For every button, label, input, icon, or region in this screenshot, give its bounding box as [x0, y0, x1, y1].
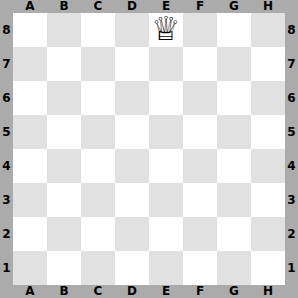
square-c7[interactable]: [81, 47, 115, 81]
square-c5[interactable]: [81, 115, 115, 149]
square-f8[interactable]: [183, 13, 217, 47]
frame-corner: [285, 285, 298, 298]
square-b4[interactable]: [47, 149, 81, 183]
square-h6[interactable]: [251, 81, 285, 115]
white-queen-piece[interactable]: ♕: [151, 12, 181, 46]
rank-label-left-2: 2: [0, 217, 13, 251]
file-label-bottom-g: G: [217, 285, 251, 298]
square-f3[interactable]: [183, 183, 217, 217]
square-a2[interactable]: [13, 217, 47, 251]
file-label-top-b: B: [47, 0, 81, 13]
file-label-top-h: H: [251, 0, 285, 13]
square-b2[interactable]: [47, 217, 81, 251]
rank-label-right-3: 3: [285, 183, 298, 217]
rank-label-left-4: 4: [0, 149, 13, 183]
square-c2[interactable]: [81, 217, 115, 251]
square-h7[interactable]: [251, 47, 285, 81]
rank-label-left-5: 5: [0, 115, 13, 149]
square-b1[interactable]: [47, 251, 81, 285]
file-label-top-f: F: [183, 0, 217, 13]
file-label-bottom-e: E: [149, 285, 183, 298]
file-label-bottom-c: C: [81, 285, 115, 298]
square-a8[interactable]: [13, 13, 47, 47]
file-label-top-d: D: [115, 0, 149, 13]
square-e5[interactable]: [149, 115, 183, 149]
file-label-top-g: G: [217, 0, 251, 13]
rank-label-left-8: 8: [0, 13, 13, 47]
square-g4[interactable]: [217, 149, 251, 183]
square-f4[interactable]: [183, 149, 217, 183]
square-d4[interactable]: [115, 149, 149, 183]
square-a6[interactable]: [13, 81, 47, 115]
square-f6[interactable]: [183, 81, 217, 115]
square-e2[interactable]: [149, 217, 183, 251]
square-f2[interactable]: [183, 217, 217, 251]
rank-label-left-6: 6: [0, 81, 13, 115]
square-e6[interactable]: [149, 81, 183, 115]
square-a3[interactable]: [13, 183, 47, 217]
square-b6[interactable]: [47, 81, 81, 115]
square-b5[interactable]: [47, 115, 81, 149]
square-b3[interactable]: [47, 183, 81, 217]
rank-label-right-4: 4: [285, 149, 298, 183]
square-a1[interactable]: [13, 251, 47, 285]
square-g6[interactable]: [217, 81, 251, 115]
square-c6[interactable]: [81, 81, 115, 115]
square-g2[interactable]: [217, 217, 251, 251]
square-d5[interactable]: [115, 115, 149, 149]
square-f5[interactable]: [183, 115, 217, 149]
square-c8[interactable]: [81, 13, 115, 47]
frame-corner: [285, 0, 298, 13]
square-h8[interactable]: [251, 13, 285, 47]
square-d6[interactable]: [115, 81, 149, 115]
square-h3[interactable]: [251, 183, 285, 217]
square-d1[interactable]: [115, 251, 149, 285]
square-b7[interactable]: [47, 47, 81, 81]
rank-label-right-7: 7: [285, 47, 298, 81]
square-c3[interactable]: [81, 183, 115, 217]
rank-label-right-5: 5: [285, 115, 298, 149]
square-d8[interactable]: [115, 13, 149, 47]
file-label-bottom-a: A: [13, 285, 47, 298]
square-g8[interactable]: [217, 13, 251, 47]
square-a4[interactable]: [13, 149, 47, 183]
file-label-bottom-h: H: [251, 285, 285, 298]
file-label-top-c: C: [81, 0, 115, 13]
square-f1[interactable]: [183, 251, 217, 285]
square-b8[interactable]: [47, 13, 81, 47]
square-g7[interactable]: [217, 47, 251, 81]
square-e1[interactable]: [149, 251, 183, 285]
rank-label-right-1: 1: [285, 251, 298, 285]
square-h2[interactable]: [251, 217, 285, 251]
square-g5[interactable]: [217, 115, 251, 149]
rank-label-left-3: 3: [0, 183, 13, 217]
square-a5[interactable]: [13, 115, 47, 149]
square-e3[interactable]: [149, 183, 183, 217]
square-e7[interactable]: [149, 47, 183, 81]
rank-label-right-2: 2: [285, 217, 298, 251]
chess-board-frame: ABCDEFGH8♕877665544332211ABCDEFGH: [0, 0, 298, 298]
rank-label-right-8: 8: [285, 13, 298, 47]
rank-label-right-6: 6: [285, 81, 298, 115]
square-f7[interactable]: [183, 47, 217, 81]
square-g3[interactable]: [217, 183, 251, 217]
square-e8[interactable]: ♕: [149, 13, 183, 47]
square-c1[interactable]: [81, 251, 115, 285]
square-c4[interactable]: [81, 149, 115, 183]
square-g1[interactable]: [217, 251, 251, 285]
file-label-top-a: A: [13, 0, 47, 13]
square-h5[interactable]: [251, 115, 285, 149]
file-label-bottom-d: D: [115, 285, 149, 298]
square-d2[interactable]: [115, 217, 149, 251]
frame-corner: [0, 285, 13, 298]
frame-corner: [0, 0, 13, 13]
square-h4[interactable]: [251, 149, 285, 183]
file-label-bottom-f: F: [183, 285, 217, 298]
square-d7[interactable]: [115, 47, 149, 81]
rank-label-left-1: 1: [0, 251, 13, 285]
square-e4[interactable]: [149, 149, 183, 183]
rank-label-left-7: 7: [0, 47, 13, 81]
file-label-bottom-b: B: [47, 285, 81, 298]
square-d3[interactable]: [115, 183, 149, 217]
square-h1[interactable]: [251, 251, 285, 285]
square-a7[interactable]: [13, 47, 47, 81]
